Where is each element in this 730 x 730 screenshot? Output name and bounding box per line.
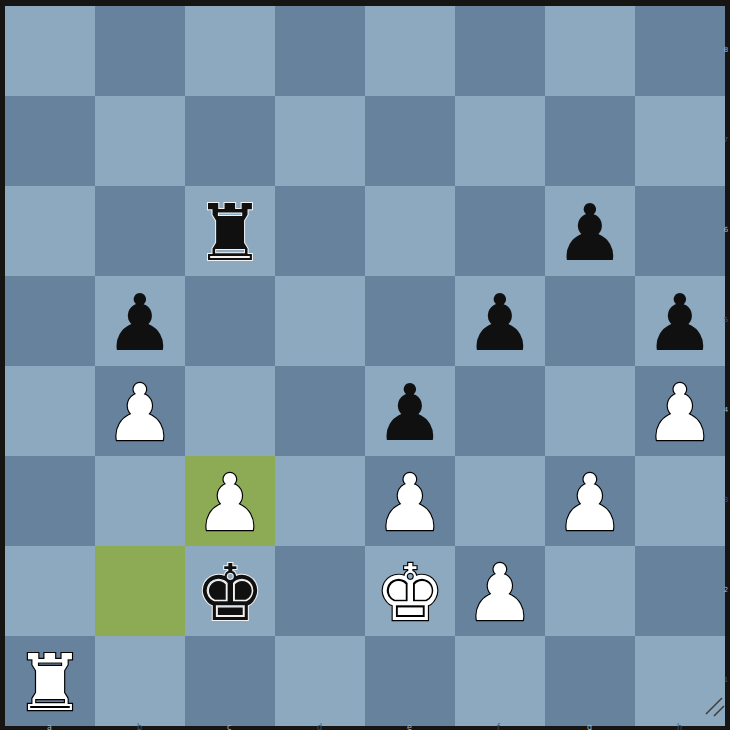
- rank-label-4: 4: [723, 407, 729, 414]
- rank-label-1: 1: [723, 677, 729, 684]
- square-g7[interactable]: [545, 96, 635, 186]
- square-f5[interactable]: ♟: [455, 276, 545, 366]
- white-pawn[interactable]: ♟: [105, 374, 175, 452]
- square-f6[interactable]: [455, 186, 545, 276]
- square-e7[interactable]: [365, 96, 455, 186]
- page: { "game": "chess", "position": { "fen": …: [0, 0, 730, 730]
- square-b3[interactable]: [95, 456, 185, 546]
- square-c1[interactable]: [185, 636, 275, 726]
- file-label-a: a: [47, 724, 52, 730]
- resize-handle-icon[interactable]: [701, 693, 725, 717]
- square-e4[interactable]: ♟: [365, 366, 455, 456]
- square-d8[interactable]: [275, 6, 365, 96]
- square-a1[interactable]: ♜: [5, 636, 95, 726]
- square-d3[interactable]: [275, 456, 365, 546]
- square-f2[interactable]: ♟: [455, 546, 545, 636]
- rank-label-3: 3: [723, 497, 729, 504]
- black-pawn[interactable]: ♟: [105, 284, 175, 362]
- rank-label-7: 7: [723, 137, 729, 144]
- black-pawn[interactable]: ♟: [375, 374, 445, 452]
- square-g1[interactable]: [545, 636, 635, 726]
- square-h6[interactable]: [635, 186, 725, 276]
- square-c3[interactable]: ♟: [185, 456, 275, 546]
- square-d5[interactable]: [275, 276, 365, 366]
- rank-label-5: 5: [723, 317, 729, 324]
- white-pawn[interactable]: ♟: [375, 464, 445, 542]
- white-pawn[interactable]: ♟: [465, 554, 535, 632]
- square-d7[interactable]: [275, 96, 365, 186]
- square-f7[interactable]: [455, 96, 545, 186]
- file-label-g: g: [587, 724, 592, 730]
- square-d4[interactable]: [275, 366, 365, 456]
- square-h3[interactable]: [635, 456, 725, 546]
- square-f8[interactable]: [455, 6, 545, 96]
- square-b5[interactable]: ♟: [95, 276, 185, 366]
- square-d6[interactable]: [275, 186, 365, 276]
- square-c8[interactable]: [185, 6, 275, 96]
- square-b1[interactable]: [95, 636, 185, 726]
- file-label-c: c: [227, 724, 231, 730]
- square-g4[interactable]: [545, 366, 635, 456]
- square-c4[interactable]: [185, 366, 275, 456]
- square-h4[interactable]: ♟: [635, 366, 725, 456]
- square-h8[interactable]: [635, 6, 725, 96]
- black-pawn[interactable]: ♟: [555, 194, 625, 272]
- square-e6[interactable]: [365, 186, 455, 276]
- square-f1[interactable]: [455, 636, 545, 726]
- square-f4[interactable]: [455, 366, 545, 456]
- square-c2[interactable]: ♚: [185, 546, 275, 636]
- square-g5[interactable]: [545, 276, 635, 366]
- square-b2[interactable]: [95, 546, 185, 636]
- square-e1[interactable]: [365, 636, 455, 726]
- square-g8[interactable]: [545, 6, 635, 96]
- square-b7[interactable]: [95, 96, 185, 186]
- square-e5[interactable]: [365, 276, 455, 366]
- white-king[interactable]: ♚: [375, 554, 445, 632]
- square-a6[interactable]: [5, 186, 95, 276]
- square-a8[interactable]: [5, 6, 95, 96]
- square-c7[interactable]: [185, 96, 275, 186]
- file-label-h: h: [677, 724, 682, 730]
- square-b6[interactable]: [95, 186, 185, 276]
- file-label-b: b: [137, 724, 142, 730]
- white-pawn[interactable]: ♟: [645, 374, 715, 452]
- square-b8[interactable]: [95, 6, 185, 96]
- file-label-f: f: [497, 724, 500, 730]
- black-pawn[interactable]: ♟: [465, 284, 535, 362]
- square-c5[interactable]: [185, 276, 275, 366]
- file-label-e: e: [407, 724, 412, 730]
- white-pawn[interactable]: ♟: [555, 464, 625, 542]
- square-b4[interactable]: ♟: [95, 366, 185, 456]
- white-pawn[interactable]: ♟: [195, 464, 265, 542]
- rank-label-6: 6: [723, 227, 729, 234]
- square-e2[interactable]: ♚: [365, 546, 455, 636]
- square-f3[interactable]: [455, 456, 545, 546]
- square-a4[interactable]: [5, 366, 95, 456]
- square-d1[interactable]: [275, 636, 365, 726]
- file-label-d: d: [317, 724, 322, 730]
- square-g3[interactable]: ♟: [545, 456, 635, 546]
- rank-label-8: 8: [723, 47, 729, 54]
- square-h5[interactable]: ♟: [635, 276, 725, 366]
- square-g6[interactable]: ♟: [545, 186, 635, 276]
- square-c6[interactable]: ♜: [185, 186, 275, 276]
- top-edge-bar: [672, 0, 730, 6]
- square-h2[interactable]: [635, 546, 725, 636]
- black-king[interactable]: ♚: [195, 554, 265, 632]
- square-e3[interactable]: ♟: [365, 456, 455, 546]
- square-e8[interactable]: [365, 6, 455, 96]
- square-a5[interactable]: [5, 276, 95, 366]
- square-d2[interactable]: [275, 546, 365, 636]
- square-a3[interactable]: [5, 456, 95, 546]
- square-h7[interactable]: [635, 96, 725, 186]
- black-rook[interactable]: ♜: [195, 194, 265, 272]
- square-g2[interactable]: [545, 546, 635, 636]
- black-pawn[interactable]: ♟: [645, 284, 715, 362]
- rank-label-2: 2: [723, 587, 729, 594]
- white-rook[interactable]: ♜: [15, 644, 85, 722]
- chess-board: ♜♟♟♟♟♟♟♟♟♟♟♚♚♟♜: [5, 6, 725, 726]
- square-a7[interactable]: [5, 96, 95, 186]
- square-a2[interactable]: [5, 546, 95, 636]
